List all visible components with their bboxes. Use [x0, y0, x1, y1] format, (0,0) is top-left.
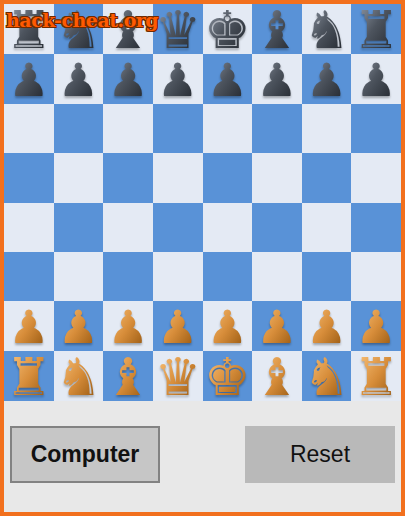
piece-white-rook: ♜ — [6, 352, 53, 401]
square-g6[interactable] — [302, 104, 352, 153]
square-d3[interactable] — [153, 252, 203, 301]
piece-white-rook: ♜ — [353, 352, 400, 401]
piece-white-pawn: ♟ — [207, 302, 248, 352]
square-h7[interactable]: ♟ — [351, 54, 401, 104]
square-f6[interactable] — [252, 104, 302, 153]
square-d5[interactable] — [153, 153, 203, 202]
square-f3[interactable] — [252, 252, 302, 301]
square-c8[interactable]: ♝ — [103, 4, 153, 54]
square-h4[interactable] — [351, 203, 401, 252]
piece-black-queen: ♛ — [154, 5, 201, 55]
square-d1[interactable]: ♛ — [153, 351, 203, 401]
square-a7[interactable]: ♟ — [4, 54, 54, 104]
square-b6[interactable] — [54, 104, 104, 153]
square-c5[interactable] — [103, 153, 153, 202]
square-a2[interactable]: ♟ — [4, 301, 54, 351]
square-d7[interactable]: ♟ — [153, 54, 203, 104]
piece-white-queen: ♛ — [154, 352, 201, 401]
square-a6[interactable] — [4, 104, 54, 153]
square-c3[interactable] — [103, 252, 153, 301]
square-d6[interactable] — [153, 104, 203, 153]
square-g4[interactable] — [302, 203, 352, 252]
piece-black-knight: ♞ — [303, 5, 350, 55]
square-f2[interactable]: ♟ — [252, 301, 302, 351]
square-b5[interactable] — [54, 153, 104, 202]
square-a5[interactable] — [4, 153, 54, 202]
square-f5[interactable] — [252, 153, 302, 202]
square-d2[interactable]: ♟ — [153, 301, 203, 351]
square-a4[interactable] — [4, 203, 54, 252]
square-h3[interactable] — [351, 252, 401, 301]
square-f8[interactable]: ♝ — [252, 4, 302, 54]
square-h5[interactable] — [351, 153, 401, 202]
computer-button[interactable]: Computer — [10, 426, 160, 483]
piece-white-pawn: ♟ — [58, 302, 99, 352]
square-f4[interactable] — [252, 203, 302, 252]
square-e3[interactable] — [203, 252, 253, 301]
square-f7[interactable]: ♟ — [252, 54, 302, 104]
square-h8[interactable]: ♜ — [351, 4, 401, 54]
square-b1[interactable]: ♞ — [54, 351, 104, 401]
square-d4[interactable] — [153, 203, 203, 252]
piece-black-bishop: ♝ — [254, 5, 301, 55]
square-d8[interactable]: ♛ — [153, 4, 203, 54]
piece-white-bishop: ♝ — [105, 352, 152, 401]
square-c6[interactable] — [103, 104, 153, 153]
square-g8[interactable]: ♞ — [302, 4, 352, 54]
square-h1[interactable]: ♜ — [351, 351, 401, 401]
square-c1[interactable]: ♝ — [103, 351, 153, 401]
piece-black-rook: ♜ — [353, 5, 400, 55]
piece-black-pawn: ♟ — [256, 55, 297, 105]
square-b4[interactable] — [54, 203, 104, 252]
piece-white-bishop: ♝ — [254, 352, 301, 401]
square-c7[interactable]: ♟ — [103, 54, 153, 104]
square-a1[interactable]: ♜ — [4, 351, 54, 401]
square-e2[interactable]: ♟ — [203, 301, 253, 351]
square-f1[interactable]: ♝ — [252, 351, 302, 401]
reset-button[interactable]: Reset — [245, 426, 395, 483]
piece-black-pawn: ♟ — [8, 55, 49, 105]
control-panel: Computer Reset — [4, 401, 401, 512]
square-g2[interactable]: ♟ — [302, 301, 352, 351]
square-b2[interactable]: ♟ — [54, 301, 104, 351]
piece-black-pawn: ♟ — [157, 55, 198, 105]
square-e6[interactable] — [203, 104, 253, 153]
piece-white-knight: ♞ — [303, 352, 350, 401]
square-e8[interactable]: ♚ — [203, 4, 253, 54]
piece-black-pawn: ♟ — [58, 55, 99, 105]
piece-black-king: ♚ — [204, 5, 251, 55]
piece-black-pawn: ♟ — [306, 55, 347, 105]
square-c2[interactable]: ♟ — [103, 301, 153, 351]
piece-white-pawn: ♟ — [306, 302, 347, 352]
square-a8[interactable]: ♜ — [4, 4, 54, 54]
square-g5[interactable] — [302, 153, 352, 202]
square-g3[interactable] — [302, 252, 352, 301]
piece-black-knight: ♞ — [55, 5, 102, 55]
square-g7[interactable]: ♟ — [302, 54, 352, 104]
app-screen: hack-cheat.org ♜♞♝♛♚♝♞♜♟♟♟♟♟♟♟♟♟♟♟♟♟♟♟♟♜… — [0, 0, 405, 516]
square-e4[interactable] — [203, 203, 253, 252]
piece-black-pawn: ♟ — [207, 55, 248, 105]
piece-white-pawn: ♟ — [8, 302, 49, 352]
square-e5[interactable] — [203, 153, 253, 202]
piece-white-pawn: ♟ — [157, 302, 198, 352]
square-b7[interactable]: ♟ — [54, 54, 104, 104]
piece-black-bishop: ♝ — [105, 5, 152, 55]
piece-white-pawn: ♟ — [107, 302, 148, 352]
square-b8[interactable]: ♞ — [54, 4, 104, 54]
square-c4[interactable] — [103, 203, 153, 252]
piece-black-pawn: ♟ — [356, 55, 397, 105]
square-h6[interactable] — [351, 104, 401, 153]
chess-board: ♜♞♝♛♚♝♞♜♟♟♟♟♟♟♟♟♟♟♟♟♟♟♟♟♜♞♝♛♚♝♞♜ — [4, 4, 401, 401]
square-e1[interactable]: ♚ — [203, 351, 253, 401]
square-g1[interactable]: ♞ — [302, 351, 352, 401]
square-a3[interactable] — [4, 252, 54, 301]
piece-black-rook: ♜ — [6, 5, 53, 55]
piece-white-knight: ♞ — [55, 352, 102, 401]
piece-white-king: ♚ — [204, 352, 251, 401]
square-h2[interactable]: ♟ — [351, 301, 401, 351]
piece-white-pawn: ♟ — [356, 302, 397, 352]
square-b3[interactable] — [54, 252, 104, 301]
piece-white-pawn: ♟ — [256, 302, 297, 352]
piece-black-pawn: ♟ — [107, 55, 148, 105]
square-e7[interactable]: ♟ — [203, 54, 253, 104]
